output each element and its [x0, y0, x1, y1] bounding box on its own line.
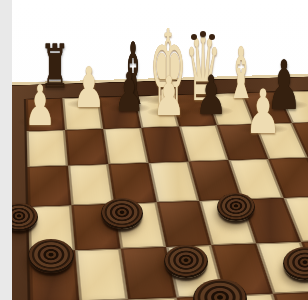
square-f3: [273, 292, 308, 300]
square-a8: [26, 98, 65, 131]
square-a6: [27, 166, 71, 207]
square-a5: [28, 205, 75, 252]
board-scene: [12, 0, 308, 300]
square-b8: [62, 97, 103, 130]
square-a4: [29, 250, 79, 300]
board-frame: [12, 73, 308, 300]
square-b6: [68, 164, 114, 205]
chessboard: [26, 91, 308, 300]
square-b5: [71, 204, 120, 250]
square-b4: [75, 249, 128, 300]
square-b7: [65, 129, 108, 166]
square-a7: [27, 130, 68, 167]
photo-stage: ♜♝♛♝♚♟♟♟♟♟♟♟: [12, 0, 308, 300]
